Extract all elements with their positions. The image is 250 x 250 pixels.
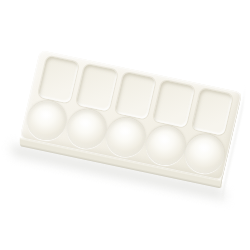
product-photo-scene	[0, 0, 250, 250]
rect-well-2	[76, 64, 118, 112]
specular-highlight	[156, 132, 172, 145]
rect-well-4	[153, 80, 195, 128]
specular-highlight	[196, 140, 212, 153]
round-well-1	[23, 98, 70, 144]
round-well-2	[63, 106, 110, 152]
specular-highlight	[38, 107, 54, 120]
round-well-5	[181, 131, 228, 177]
specular-highlight	[77, 116, 93, 129]
rect-well-3	[114, 72, 156, 120]
rect-well-1	[38, 56, 80, 104]
rect-well-5	[191, 88, 233, 136]
round-well-3	[102, 114, 149, 160]
specular-highlight	[117, 124, 133, 137]
round-well-4	[142, 123, 189, 169]
